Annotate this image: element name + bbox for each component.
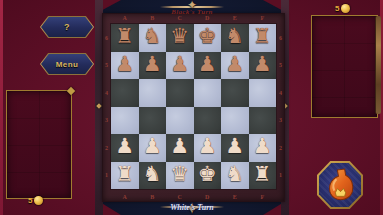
menu-button[interactable]: Menu xyxy=(40,53,94,75)
potion-flask-icon xyxy=(319,163,361,207)
coordinate-label: 1 xyxy=(277,162,284,190)
piece-wR-f1: ♜ xyxy=(253,164,272,185)
square-e5[interactable]: ♟ xyxy=(221,52,249,80)
piece-wP-d2: ♟ xyxy=(198,136,217,157)
coordinate-label: 3 xyxy=(277,107,284,135)
square-c6[interactable]: ♛ xyxy=(166,24,194,52)
piece-bP-b5: ♟ xyxy=(143,54,162,75)
potion-flask-button[interactable] xyxy=(317,161,363,209)
square-b5[interactable]: ♟ xyxy=(139,52,167,80)
square-a1[interactable]: ♜ xyxy=(111,162,139,190)
square-d4[interactable] xyxy=(194,79,222,107)
square-c1[interactable]: ♛ xyxy=(166,162,194,190)
piece-bQ-c6: ♛ xyxy=(170,26,189,47)
square-b6[interactable]: ♞ xyxy=(139,24,167,52)
square-b3[interactable] xyxy=(139,107,167,135)
board-grid: ♜♞♛♚♞♜♟♟♟♟♟♟♟♟♟♟♟♟♜♞♛♚♞♜ xyxy=(111,24,276,189)
piece-bP-f5: ♟ xyxy=(253,54,272,75)
rank-labels-right: 654321 xyxy=(277,24,284,189)
piece-bP-e5: ♟ xyxy=(225,54,244,75)
square-f3[interactable] xyxy=(249,107,277,135)
piece-bP-a5: ♟ xyxy=(115,54,134,75)
square-d6[interactable]: ♚ xyxy=(194,24,222,52)
square-c2[interactable]: ♟ xyxy=(166,134,194,162)
square-c3[interactable] xyxy=(166,107,194,135)
piece-bP-c5: ♟ xyxy=(170,54,189,75)
coordinate-label: A xyxy=(111,194,139,200)
rank-labels-left: 654321 xyxy=(103,24,110,189)
piece-wP-e2: ♟ xyxy=(225,136,244,157)
square-d1[interactable]: ♚ xyxy=(194,162,222,190)
coordinate-label: 6 xyxy=(277,24,284,52)
square-c4[interactable] xyxy=(166,79,194,107)
square-f6[interactable]: ♜ xyxy=(249,24,277,52)
coordinate-label: F xyxy=(249,194,277,200)
square-e3[interactable] xyxy=(221,107,249,135)
board-stage: ✦ Black's Turn ABCDEF ABCDEF 654321 6543… xyxy=(95,0,289,215)
coordinate-label: 2 xyxy=(103,134,110,162)
coin-icon xyxy=(34,196,43,205)
piece-wP-a2: ♟ xyxy=(115,136,134,157)
coordinate-label: B xyxy=(139,194,167,200)
piece-wP-f2: ♟ xyxy=(253,136,272,157)
piece-bR-f6: ♜ xyxy=(253,26,272,47)
board-frame: ABCDEF ABCDEF 654321 654321 ♜♞♛♚♞♜♟♟♟♟♟♟… xyxy=(102,13,285,202)
coordinate-label: 1 xyxy=(103,162,110,190)
top-player-coins: 5 xyxy=(335,4,350,13)
piece-bN-b6: ♞ xyxy=(143,26,162,47)
square-a5[interactable]: ♟ xyxy=(111,52,139,80)
coordinate-label: 2 xyxy=(277,134,284,162)
square-e4[interactable] xyxy=(221,79,249,107)
coin-icon xyxy=(341,4,350,13)
coordinate-label: 5 xyxy=(277,52,284,80)
piece-wP-b2: ♟ xyxy=(143,136,162,157)
square-e1[interactable]: ♞ xyxy=(221,162,249,190)
square-f5[interactable]: ♟ xyxy=(249,52,277,80)
piece-wK-d1: ♚ xyxy=(198,164,217,185)
captured-pieces-tray-top-player xyxy=(311,15,378,118)
white-turn-label: White's Turn xyxy=(95,203,289,212)
piece-bK-d6: ♚ xyxy=(198,26,217,47)
right-edge-ornament xyxy=(375,16,381,114)
square-e6[interactable]: ♞ xyxy=(221,24,249,52)
square-e2[interactable]: ♟ xyxy=(221,134,249,162)
black-turn-label: Black's Turn xyxy=(95,8,289,16)
bottom-player-coins: 5 xyxy=(28,196,43,205)
game-screen: ? Menu 5 ✦ Black's Turn ABCDEF ABCDEF 65… xyxy=(0,0,383,215)
coin-count: 5 xyxy=(335,4,339,13)
coordinate-label: 4 xyxy=(277,79,284,107)
piece-wP-c2: ♟ xyxy=(170,136,189,157)
square-f2[interactable]: ♟ xyxy=(249,134,277,162)
coordinate-label: 5 xyxy=(103,52,110,80)
piece-wN-b1: ♞ xyxy=(143,164,162,185)
piece-bP-d5: ♟ xyxy=(198,54,217,75)
square-b4[interactable] xyxy=(139,79,167,107)
square-d3[interactable] xyxy=(194,107,222,135)
square-b2[interactable]: ♟ xyxy=(139,134,167,162)
square-a4[interactable] xyxy=(111,79,139,107)
square-d2[interactable]: ♟ xyxy=(194,134,222,162)
coordinate-label: 6 xyxy=(103,24,110,52)
coordinate-label: E xyxy=(221,194,249,200)
piece-bN-e6: ♞ xyxy=(225,26,244,47)
square-a6[interactable]: ♜ xyxy=(111,24,139,52)
square-f4[interactable] xyxy=(249,79,277,107)
captured-pieces-tray-bottom-player xyxy=(6,90,72,199)
help-button-label: ? xyxy=(41,17,93,37)
help-button[interactable]: ? xyxy=(40,16,94,38)
square-d5[interactable]: ♟ xyxy=(194,52,222,80)
piece-wR-a1: ♜ xyxy=(115,164,134,185)
piece-wN-e1: ♞ xyxy=(225,164,244,185)
square-f1[interactable]: ♜ xyxy=(249,162,277,190)
square-b1[interactable]: ♞ xyxy=(139,162,167,190)
coin-count: 5 xyxy=(28,196,32,205)
piece-wQ-c1: ♛ xyxy=(170,164,189,185)
square-a2[interactable]: ♟ xyxy=(111,134,139,162)
menu-button-label: Menu xyxy=(41,54,93,74)
piece-bR-a6: ♜ xyxy=(115,26,134,47)
square-a3[interactable] xyxy=(111,107,139,135)
coordinate-label: 3 xyxy=(103,107,110,135)
coordinate-label: 4 xyxy=(103,79,110,107)
square-c5[interactable]: ♟ xyxy=(166,52,194,80)
